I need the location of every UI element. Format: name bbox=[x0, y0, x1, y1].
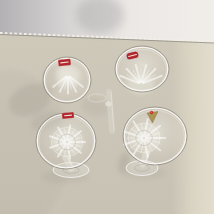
photo-canvas bbox=[0, 0, 214, 214]
red-sticker bbox=[58, 59, 71, 67]
photo-of-four-crystal-glasses bbox=[0, 0, 214, 214]
gold-sticker-red-dot bbox=[150, 111, 153, 114]
red-sticker bbox=[62, 112, 74, 119]
glass-top-left bbox=[43, 57, 91, 103]
